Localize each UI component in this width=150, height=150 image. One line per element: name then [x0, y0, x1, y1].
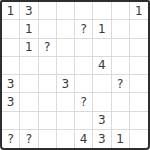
cell-r1c4[interactable]: [57, 2, 75, 20]
cell-r5c5[interactable]: [75, 75, 93, 93]
cell-r6c7[interactable]: [112, 93, 130, 111]
cell-r3c6[interactable]: [93, 39, 111, 57]
cell-r4c1[interactable]: [2, 57, 20, 75]
cell-r5c8[interactable]: [130, 75, 148, 93]
cell-r6c3[interactable]: [39, 93, 57, 111]
cell-r4c4[interactable]: [57, 57, 75, 75]
cell-r2c1[interactable]: [2, 20, 20, 38]
cell-r2c8[interactable]: [130, 20, 148, 38]
clue-cell-r5c1: 3: [2, 75, 20, 93]
clue-cell-r7c6: 3: [93, 112, 111, 130]
clue-cell-r5c4: 3: [57, 75, 75, 93]
cell-r4c8[interactable]: [130, 57, 148, 75]
cell-r2c7[interactable]: [112, 20, 130, 38]
cell-r3c4[interactable]: [57, 39, 75, 57]
clue-cell-r1c8: 1: [130, 2, 148, 20]
board: 1311?11?433?3?3??431: [0, 0, 150, 150]
cell-r3c5[interactable]: [75, 39, 93, 57]
cell-r5c3[interactable]: [39, 75, 57, 93]
clue-cell-r6c5: ?: [75, 93, 93, 111]
clue-cell-r3c3: ?: [39, 39, 57, 57]
cell-r2c4[interactable]: [57, 20, 75, 38]
cell-r6c6[interactable]: [93, 93, 111, 111]
clue-cell-r3c2: 1: [20, 39, 38, 57]
cell-r4c7[interactable]: [112, 57, 130, 75]
cell-r1c5[interactable]: [75, 2, 93, 20]
clue-cell-r8c2: ?: [20, 130, 38, 148]
clue-cell-r8c7: 1: [112, 130, 130, 148]
clue-cell-r2c5: ?: [75, 20, 93, 38]
clue-cell-r4c6: 4: [93, 57, 111, 75]
cell-r7c4[interactable]: [57, 112, 75, 130]
cell-r3c1[interactable]: [2, 39, 20, 57]
cell-r4c3[interactable]: [39, 57, 57, 75]
cell-r4c2[interactable]: [20, 57, 38, 75]
clue-cell-r6c1: 3: [2, 93, 20, 111]
clue-cell-r8c1: ?: [2, 130, 20, 148]
cell-r6c8[interactable]: [130, 93, 148, 111]
clue-cell-r2c6: 1: [93, 20, 111, 38]
clue-cell-r8c6: 3: [93, 130, 111, 148]
cell-r8c4[interactable]: [57, 130, 75, 148]
cell-r7c7[interactable]: [112, 112, 130, 130]
clue-cell-r1c2: 3: [20, 2, 38, 20]
cell-r1c6[interactable]: [93, 2, 111, 20]
cell-r4c5[interactable]: [75, 57, 93, 75]
cell-r5c2[interactable]: [20, 75, 38, 93]
cell-r2c3[interactable]: [39, 20, 57, 38]
cell-r7c2[interactable]: [20, 112, 38, 130]
clue-cell-r5c7: ?: [112, 75, 130, 93]
cell-r3c7[interactable]: [112, 39, 130, 57]
cell-r7c8[interactable]: [130, 112, 148, 130]
clue-cell-r8c5: 4: [75, 130, 93, 148]
cell-r6c2[interactable]: [20, 93, 38, 111]
cell-r7c1[interactable]: [2, 112, 20, 130]
clue-cell-r2c2: 1: [20, 20, 38, 38]
cell-r1c7[interactable]: [112, 2, 130, 20]
puzzle-stage: 1311?11?433?3?3??431: [0, 0, 150, 150]
cell-r5c6[interactable]: [93, 75, 111, 93]
cell-r3c8[interactable]: [130, 39, 148, 57]
cell-r1c3[interactable]: [39, 2, 57, 20]
clue-cell-r1c1: 1: [2, 2, 20, 20]
cell-r8c8[interactable]: [130, 130, 148, 148]
cell-r7c3[interactable]: [39, 112, 57, 130]
cell-r6c4[interactable]: [57, 93, 75, 111]
cell-r8c3[interactable]: [39, 130, 57, 148]
cell-r7c5[interactable]: [75, 112, 93, 130]
